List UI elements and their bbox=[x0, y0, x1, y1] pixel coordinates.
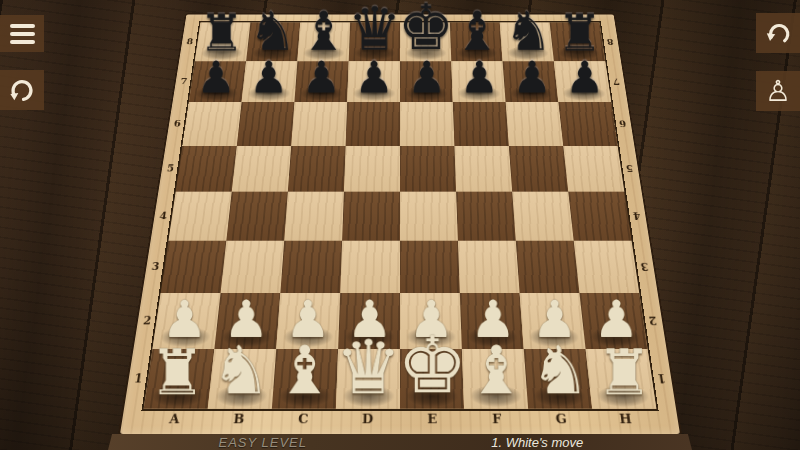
rotate-board-button[interactable] bbox=[0, 70, 44, 110]
white-knight[interactable]: ♞ bbox=[530, 340, 590, 403]
square-h3[interactable] bbox=[574, 241, 640, 293]
square-c4[interactable] bbox=[284, 192, 344, 241]
square-e3[interactable] bbox=[400, 241, 460, 293]
square-f6[interactable] bbox=[453, 102, 509, 145]
file-label: E bbox=[400, 409, 465, 434]
square-a6[interactable] bbox=[182, 102, 241, 145]
white-queen[interactable]: ♛ bbox=[335, 332, 402, 403]
white-pawn-icon: ♙ bbox=[765, 77, 791, 106]
square-d1[interactable]: ♛ bbox=[336, 349, 400, 409]
square-e1[interactable]: ♚ bbox=[400, 349, 464, 409]
square-b5[interactable] bbox=[232, 146, 291, 192]
square-b3[interactable] bbox=[221, 241, 285, 293]
player-side-button[interactable]: ♙ bbox=[756, 71, 800, 111]
difficulty-label: EASY LEVEL bbox=[108, 434, 418, 450]
board-grid[interactable]: ♜♞♝♛♚♝♞♜♟♟♟♟♟♟♟♟♟♟♟♟♟♟♟♟♜♞♝♛♚♝♞♜ bbox=[144, 23, 657, 409]
square-d5[interactable] bbox=[344, 146, 400, 192]
black-rook[interactable]: ♜ bbox=[556, 10, 601, 58]
black-bishop[interactable]: ♝ bbox=[453, 7, 501, 58]
square-g4[interactable] bbox=[512, 192, 574, 241]
square-c1[interactable]: ♝ bbox=[272, 349, 338, 409]
file-label: C bbox=[270, 409, 336, 434]
white-rook[interactable]: ♜ bbox=[148, 343, 204, 403]
square-h5[interactable] bbox=[563, 146, 624, 192]
rotate-icon bbox=[8, 76, 36, 104]
black-pawn[interactable]: ♟ bbox=[459, 57, 498, 99]
square-g6[interactable] bbox=[506, 102, 564, 145]
undo-button[interactable] bbox=[756, 13, 800, 53]
square-d4[interactable] bbox=[342, 192, 400, 241]
file-label: F bbox=[464, 409, 530, 434]
hamburger-menu-icon bbox=[10, 24, 35, 44]
black-rook[interactable]: ♜ bbox=[198, 10, 243, 58]
square-b7[interactable]: ♟ bbox=[242, 61, 298, 102]
square-f3[interactable] bbox=[458, 241, 520, 293]
file-labels: ABCDEFGH bbox=[140, 409, 660, 434]
square-e6[interactable] bbox=[400, 102, 454, 145]
square-d7[interactable]: ♟ bbox=[347, 61, 400, 102]
square-e7[interactable]: ♟ bbox=[400, 61, 453, 102]
square-g1[interactable]: ♞ bbox=[524, 349, 592, 409]
board-front-face: EASY LEVEL 1. White's move bbox=[108, 434, 692, 450]
square-e4[interactable] bbox=[400, 192, 458, 241]
file-label: G bbox=[528, 409, 595, 434]
square-g7[interactable]: ♟ bbox=[503, 61, 559, 102]
white-bishop[interactable]: ♝ bbox=[466, 340, 526, 403]
black-pawn[interactable]: ♟ bbox=[196, 57, 235, 99]
move-status: 1. White's move bbox=[382, 434, 692, 450]
square-a4[interactable] bbox=[168, 192, 231, 241]
black-king[interactable]: ♚ bbox=[397, 0, 453, 58]
square-a7[interactable]: ♟ bbox=[189, 61, 246, 102]
square-c3[interactable] bbox=[280, 241, 342, 293]
black-pawn[interactable]: ♟ bbox=[249, 57, 288, 99]
square-a5[interactable] bbox=[176, 146, 237, 192]
black-queen[interactable]: ♛ bbox=[348, 1, 402, 58]
board-scene: ♜♞♝♛♚♝♞♜♟♟♟♟♟♟♟♟♟♟♟♟♟♟♟♟♜♞♝♛♚♝♞♜ 8765432… bbox=[0, 0, 800, 450]
square-f1[interactable]: ♝ bbox=[462, 349, 528, 409]
black-knight[interactable]: ♞ bbox=[504, 7, 552, 58]
square-c6[interactable] bbox=[291, 102, 347, 145]
square-h4[interactable] bbox=[568, 192, 631, 241]
black-pawn[interactable]: ♟ bbox=[407, 57, 446, 99]
square-e5[interactable] bbox=[400, 146, 456, 192]
square-d6[interactable] bbox=[346, 102, 400, 145]
file-label: A bbox=[140, 409, 208, 434]
square-c7[interactable]: ♟ bbox=[294, 61, 348, 102]
white-king[interactable]: ♚ bbox=[397, 328, 467, 403]
white-bishop[interactable]: ♝ bbox=[274, 340, 334, 403]
white-rook[interactable]: ♜ bbox=[595, 343, 651, 403]
square-g5[interactable] bbox=[509, 146, 568, 192]
square-h1[interactable]: ♜ bbox=[586, 349, 657, 409]
square-b4[interactable] bbox=[226, 192, 287, 241]
square-a3[interactable] bbox=[161, 241, 227, 293]
file-label: H bbox=[592, 409, 660, 434]
black-knight[interactable]: ♞ bbox=[248, 7, 296, 58]
square-h6[interactable] bbox=[558, 102, 617, 145]
square-f4[interactable] bbox=[456, 192, 516, 241]
square-g3[interactable] bbox=[516, 241, 580, 293]
black-pawn[interactable]: ♟ bbox=[301, 57, 340, 99]
black-bishop[interactable]: ♝ bbox=[299, 7, 347, 58]
square-f5[interactable] bbox=[454, 146, 512, 192]
square-b1[interactable]: ♞ bbox=[208, 349, 276, 409]
square-d3[interactable] bbox=[340, 241, 400, 293]
square-f7[interactable]: ♟ bbox=[451, 61, 505, 102]
file-label: D bbox=[335, 409, 400, 434]
menu-button[interactable] bbox=[0, 15, 44, 52]
black-pawn[interactable]: ♟ bbox=[512, 57, 551, 99]
file-label: B bbox=[205, 409, 272, 434]
square-h7[interactable]: ♟ bbox=[554, 61, 611, 102]
chess-board[interactable]: ♜♞♝♛♚♝♞♜♟♟♟♟♟♟♟♟♟♟♟♟♟♟♟♟♜♞♝♛♚♝♞♜ 8765432… bbox=[120, 15, 680, 434]
black-pawn[interactable]: ♟ bbox=[565, 57, 604, 99]
undo-arrow-icon bbox=[764, 19, 792, 47]
white-knight[interactable]: ♞ bbox=[210, 340, 270, 403]
square-c5[interactable] bbox=[288, 146, 346, 192]
square-a1[interactable]: ♜ bbox=[144, 349, 215, 409]
square-b6[interactable] bbox=[237, 102, 295, 145]
black-pawn[interactable]: ♟ bbox=[354, 57, 393, 99]
